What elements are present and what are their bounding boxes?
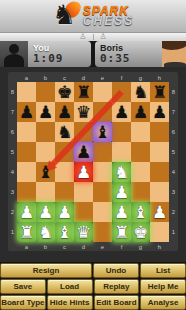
square-b7[interactable]: ♟ bbox=[36, 102, 55, 122]
square-g4[interactable] bbox=[131, 162, 150, 182]
square-f5[interactable] bbox=[112, 142, 131, 162]
square-f1[interactable]: ♜ bbox=[112, 222, 131, 242]
square-d7[interactable]: ♛ bbox=[74, 102, 93, 122]
file-label-a: a bbox=[18, 74, 34, 82]
help-me-button[interactable]: Help Me bbox=[140, 279, 186, 294]
piece-white-pawn[interactable]: ♟ bbox=[114, 182, 129, 202]
files-bottom: abcdefgh bbox=[17, 242, 178, 251]
app-window: ♞ SPARK CHESS ♙ ♙ You 1:09 Boris 0:35 bbox=[0, 0, 186, 310]
piece-white-queen[interactable]: ♛ bbox=[76, 222, 91, 242]
piece-white-pawn[interactable]: ♟ bbox=[57, 202, 72, 222]
file-label-d: d bbox=[75, 243, 91, 251]
square-c3[interactable] bbox=[55, 182, 74, 202]
rank-label-3: 3 bbox=[9, 184, 17, 201]
square-c5[interactable] bbox=[55, 142, 74, 162]
rank-label-6: 6 bbox=[170, 124, 178, 141]
square-f8[interactable] bbox=[112, 82, 131, 102]
piece-black-king[interactable]: ♚ bbox=[57, 82, 72, 102]
rank-label-5: 5 bbox=[9, 144, 17, 161]
square-d1[interactable]: ♛ bbox=[74, 222, 93, 242]
rank-label-8: 8 bbox=[170, 84, 178, 101]
square-h6[interactable] bbox=[150, 122, 169, 142]
square-a7[interactable]: ♟ bbox=[17, 102, 36, 122]
piece-white-pawn[interactable]: ♟ bbox=[152, 202, 167, 222]
piece-white-rook[interactable]: ♜ bbox=[19, 222, 34, 242]
file-label-a: a bbox=[18, 243, 34, 251]
piece-black-knight[interactable]: ♞ bbox=[57, 122, 72, 142]
player-boris-clock: 0:35 bbox=[100, 53, 162, 65]
player-bar: You 1:09 Boris 0:35 bbox=[0, 41, 186, 67]
file-label-h: h bbox=[151, 243, 167, 251]
piece-black-knight[interactable]: ♞ bbox=[133, 82, 148, 102]
piece-black-bishop[interactable]: ♝ bbox=[95, 122, 110, 142]
square-d3[interactable] bbox=[74, 182, 93, 202]
piece-white-pawn[interactable]: ♟ bbox=[19, 202, 34, 222]
piece-black-pawn[interactable]: ♟ bbox=[114, 102, 129, 122]
file-label-d: d bbox=[75, 74, 91, 82]
piece-white-knight[interactable]: ♞ bbox=[38, 222, 53, 242]
piece-white-king[interactable]: ♚ bbox=[133, 222, 148, 242]
square-a8[interactable] bbox=[17, 82, 36, 102]
square-a2[interactable]: ♟ bbox=[17, 202, 36, 222]
file-label-f: f bbox=[113, 243, 129, 251]
rank-label-8: 8 bbox=[9, 84, 17, 101]
piece-black-pawn[interactable]: ♟ bbox=[57, 102, 72, 122]
file-label-c: c bbox=[56, 243, 72, 251]
square-g7[interactable]: ♟ bbox=[131, 102, 150, 122]
pawn-icon-left[interactable]: ♙ bbox=[79, 33, 86, 41]
file-label-g: g bbox=[132, 74, 148, 82]
square-a6[interactable] bbox=[17, 122, 36, 142]
piece-white-rook[interactable]: ♜ bbox=[114, 222, 129, 242]
file-label-c: c bbox=[56, 74, 72, 82]
piece-white-pawn[interactable]: ♟ bbox=[76, 162, 91, 182]
player-you-panel: You 1:09 bbox=[0, 41, 91, 67]
rank-label-3: 3 bbox=[170, 184, 178, 201]
square-g6[interactable] bbox=[131, 122, 150, 142]
square-h5[interactable] bbox=[150, 142, 169, 162]
rank-label-2: 2 bbox=[170, 204, 178, 221]
square-b6[interactable] bbox=[36, 122, 55, 142]
piece-black-queen[interactable]: ♛ bbox=[76, 102, 91, 122]
header-sub-strip: ♙ ♙ bbox=[0, 32, 186, 41]
file-label-f: f bbox=[113, 74, 129, 82]
piece-white-pawn[interactable]: ♟ bbox=[114, 202, 129, 222]
hide-hints-button[interactable]: Hide Hints bbox=[47, 295, 93, 310]
board-grid: ♚♜♞♜♟♟♟♛♟♟♟♞♝♟♝♟♞♟♟♟♟♟♝♟♜♞♝♛♜♚ bbox=[17, 82, 169, 242]
square-e7[interactable] bbox=[93, 102, 112, 122]
load-button[interactable]: Load bbox=[47, 279, 93, 294]
square-e3[interactable] bbox=[93, 182, 112, 202]
piece-white-bishop[interactable]: ♝ bbox=[57, 222, 72, 242]
save-button[interactable]: Save bbox=[0, 279, 46, 294]
square-a3[interactable] bbox=[17, 182, 36, 202]
file-label-h: h bbox=[151, 74, 167, 82]
app-header: ♞ SPARK CHESS bbox=[0, 0, 186, 32]
square-d2[interactable] bbox=[74, 202, 93, 222]
square-d5[interactable]: ♟ bbox=[74, 142, 93, 162]
square-c6[interactable]: ♞ bbox=[55, 122, 74, 142]
rank-label-2: 2 bbox=[9, 204, 17, 221]
square-c2[interactable]: ♟ bbox=[55, 202, 74, 222]
strip-divider bbox=[93, 34, 94, 40]
square-h2[interactable]: ♟ bbox=[150, 202, 169, 222]
square-e1[interactable] bbox=[93, 222, 112, 242]
knight-logo-icon: ♞ bbox=[52, 1, 80, 31]
square-h3[interactable] bbox=[150, 182, 169, 202]
square-c4[interactable] bbox=[55, 162, 74, 182]
file-label-b: b bbox=[37, 74, 53, 82]
piece-white-pawn[interactable]: ♟ bbox=[38, 202, 53, 222]
board-type-button[interactable]: Board Type bbox=[0, 295, 46, 310]
controls-row-1: ResignUndoList bbox=[0, 263, 186, 278]
piece-black-pawn[interactable]: ♟ bbox=[19, 102, 34, 122]
square-a4[interactable] bbox=[17, 162, 36, 182]
square-f2[interactable]: ♟ bbox=[112, 202, 131, 222]
square-e5[interactable] bbox=[93, 142, 112, 162]
boris-avatar bbox=[162, 41, 186, 67]
square-b3[interactable] bbox=[36, 182, 55, 202]
sparkchess-logo: ♞ SPARK CHESS bbox=[52, 1, 134, 31]
replay-button[interactable]: Replay bbox=[94, 279, 140, 294]
square-f7[interactable]: ♟ bbox=[112, 102, 131, 122]
piece-black-rook[interactable]: ♜ bbox=[152, 82, 167, 102]
board-area: abcdefgh 87654321 ♚♜♞♜♟♟♟♛♟♟♟♞♝♟♝♟♞♟♟♟♟♟… bbox=[0, 67, 186, 269]
piece-black-pawn[interactable]: ♟ bbox=[38, 102, 53, 122]
square-e4[interactable] bbox=[93, 162, 112, 182]
square-h1[interactable] bbox=[150, 222, 169, 242]
ranks-left: 87654321 bbox=[8, 82, 17, 242]
player-you-clock: 1:09 bbox=[33, 53, 91, 65]
file-label-e: e bbox=[94, 74, 110, 82]
undo-button[interactable]: Undo bbox=[93, 263, 139, 278]
rank-label-1: 1 bbox=[9, 224, 17, 241]
pawn-icon-right[interactable]: ♙ bbox=[100, 33, 107, 41]
square-d8[interactable]: ♜ bbox=[74, 82, 93, 102]
controls-panel: ResignUndoListSaveLoadReplayHelp MeBoard… bbox=[0, 262, 186, 310]
piece-black-pawn[interactable]: ♟ bbox=[76, 142, 91, 162]
analyse-button[interactable]: Analyse bbox=[140, 295, 186, 310]
square-g3[interactable] bbox=[131, 182, 150, 202]
you-avatar bbox=[0, 41, 28, 67]
resign-button[interactable]: Resign bbox=[0, 263, 92, 278]
files-top: abcdefgh bbox=[17, 73, 178, 82]
square-b8[interactable] bbox=[36, 82, 55, 102]
controls-row-2: SaveLoadReplayHelp Me bbox=[0, 279, 186, 294]
square-b4[interactable]: ♝ bbox=[36, 162, 55, 182]
square-h7[interactable]: ♟ bbox=[150, 102, 169, 122]
piece-black-pawn[interactable]: ♟ bbox=[152, 102, 167, 122]
square-f4[interactable]: ♞ bbox=[112, 162, 131, 182]
list-button[interactable]: List bbox=[140, 263, 186, 278]
square-c8[interactable]: ♚ bbox=[55, 82, 74, 102]
file-label-e: e bbox=[94, 243, 110, 251]
piece-black-pawn[interactable]: ♟ bbox=[133, 102, 148, 122]
square-b5[interactable] bbox=[36, 142, 55, 162]
piece-black-rook[interactable]: ♜ bbox=[76, 82, 91, 102]
player-boris-panel: Boris 0:35 bbox=[95, 41, 186, 67]
logo-title-chess: CHESS bbox=[83, 16, 134, 27]
piece-white-bishop[interactable]: ♝ bbox=[133, 202, 148, 222]
square-h8[interactable]: ♜ bbox=[150, 82, 169, 102]
rank-label-1: 1 bbox=[170, 224, 178, 241]
edit-board-button[interactable]: Edit Board bbox=[94, 295, 140, 310]
rank-label-7: 7 bbox=[9, 104, 17, 121]
square-a5[interactable] bbox=[17, 142, 36, 162]
square-f6[interactable] bbox=[112, 122, 131, 142]
square-b2[interactable]: ♟ bbox=[36, 202, 55, 222]
rank-label-7: 7 bbox=[170, 104, 178, 121]
square-a1[interactable]: ♜ bbox=[17, 222, 36, 242]
rank-label-4: 4 bbox=[170, 164, 178, 181]
piece-black-bishop[interactable]: ♝ bbox=[38, 162, 53, 182]
square-h4[interactable] bbox=[150, 162, 169, 182]
square-e8[interactable] bbox=[93, 82, 112, 102]
piece-white-knight[interactable]: ♞ bbox=[114, 162, 129, 182]
square-f3[interactable]: ♟ bbox=[112, 182, 131, 202]
square-g2[interactable]: ♝ bbox=[131, 202, 150, 222]
rank-label-4: 4 bbox=[9, 164, 17, 181]
square-d4[interactable]: ♟ bbox=[74, 162, 93, 182]
file-label-b: b bbox=[37, 243, 53, 251]
ranks-right: 87654321 bbox=[169, 82, 178, 242]
square-b1[interactable]: ♞ bbox=[36, 222, 55, 242]
controls-row-3: Board TypeHide HintsEdit BoardAnalyse bbox=[0, 295, 186, 310]
file-label-g: g bbox=[132, 243, 148, 251]
square-e2[interactable] bbox=[93, 202, 112, 222]
square-g8[interactable]: ♞ bbox=[131, 82, 150, 102]
rank-label-6: 6 bbox=[9, 124, 17, 141]
square-c7[interactable]: ♟ bbox=[55, 102, 74, 122]
board-frame: abcdefgh 87654321 ♚♜♞♜♟♟♟♛♟♟♟♞♝♟♝♟♞♟♟♟♟♟… bbox=[8, 72, 178, 251]
square-e6[interactable]: ♝ bbox=[93, 122, 112, 142]
square-d6[interactable] bbox=[74, 122, 93, 142]
square-g1[interactable]: ♚ bbox=[131, 222, 150, 242]
rank-label-5: 5 bbox=[170, 144, 178, 161]
square-g5[interactable] bbox=[131, 142, 150, 162]
square-c1[interactable]: ♝ bbox=[55, 222, 74, 242]
